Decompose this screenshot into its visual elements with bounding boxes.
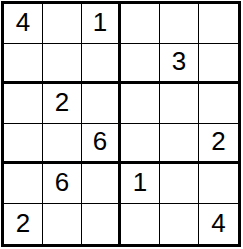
sudoku-cell-r1c2[interactable]	[43, 4, 82, 44]
sudoku-cell-r6c1[interactable]: 2	[4, 204, 43, 244]
sudoku-cell-r3c4[interactable]	[121, 84, 160, 124]
sudoku-cell-r1c5[interactable]	[160, 4, 199, 44]
sudoku-cell-r5c2[interactable]: 6	[43, 164, 82, 204]
sudoku-cell-r2c5[interactable]: 3	[160, 44, 199, 84]
sudoku-cell-r3c1[interactable]	[4, 84, 43, 124]
sudoku-cell-r1c1[interactable]: 4	[4, 4, 43, 44]
sudoku-cell-r1c6[interactable]	[199, 4, 238, 44]
sudoku-cell-r6c6[interactable]: 4	[199, 204, 238, 244]
sudoku-cell-r4c6[interactable]: 2	[199, 124, 238, 164]
sudoku-cell-r1c4[interactable]	[121, 4, 160, 44]
sudoku-cell-r6c5[interactable]	[160, 204, 199, 244]
sudoku-cell-r4c3[interactable]: 6	[82, 124, 121, 164]
sudoku-cell-r4c5[interactable]	[160, 124, 199, 164]
sudoku-cell-r3c6[interactable]	[199, 84, 238, 124]
sudoku-cell-r4c2[interactable]	[43, 124, 82, 164]
sudoku-cell-r6c4[interactable]	[121, 204, 160, 244]
sudoku-cell-r2c3[interactable]	[82, 44, 121, 84]
page-background: 4132626124	[0, 0, 243, 249]
sudoku-cell-r3c2[interactable]: 2	[43, 84, 82, 124]
sudoku-cell-r2c2[interactable]	[43, 44, 82, 84]
sudoku-cell-r4c4[interactable]	[121, 124, 160, 164]
sudoku-cell-r2c4[interactable]	[121, 44, 160, 84]
sudoku-cell-r3c5[interactable]	[160, 84, 199, 124]
sudoku-cell-r5c5[interactable]	[160, 164, 199, 204]
sudoku-cell-r5c3[interactable]	[82, 164, 121, 204]
sudoku-cell-r6c3[interactable]	[82, 204, 121, 244]
sudoku-cell-r1c3[interactable]: 1	[82, 4, 121, 44]
sudoku-cell-r2c1[interactable]	[4, 44, 43, 84]
sudoku-cell-r5c1[interactable]	[4, 164, 43, 204]
sudoku-cell-r3c3[interactable]	[82, 84, 121, 124]
sudoku-cell-r2c6[interactable]	[199, 44, 238, 84]
sudoku-cell-r5c4[interactable]: 1	[121, 164, 160, 204]
sudoku-cell-r5c6[interactable]	[199, 164, 238, 204]
sudoku-cell-r6c2[interactable]	[43, 204, 82, 244]
sudoku-cell-r4c1[interactable]	[4, 124, 43, 164]
sudoku-board: 4132626124	[1, 1, 241, 247]
